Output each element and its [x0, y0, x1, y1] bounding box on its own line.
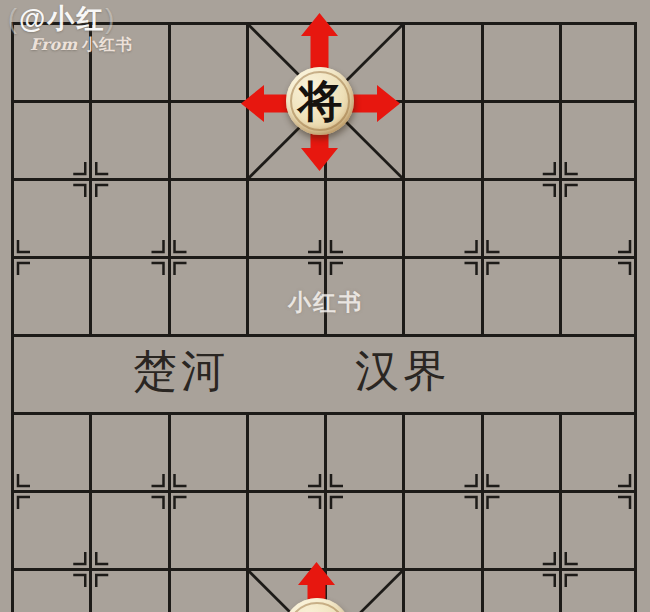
board-cell: [168, 22, 246, 100]
board-cell: [11, 100, 89, 178]
board-cell: [246, 490, 324, 568]
board-cell: [481, 334, 559, 412]
board-cell: [168, 490, 246, 568]
board-cell: [89, 100, 167, 178]
board-cell: [559, 256, 637, 334]
board-cell: [324, 412, 402, 490]
board-cell: [402, 178, 480, 256]
river-label-chu: 楚河: [133, 344, 229, 400]
board-cell: [481, 256, 559, 334]
board-cell: [168, 412, 246, 490]
board-cell: [559, 490, 637, 568]
board-cell: [11, 568, 89, 612]
board-cell: [89, 568, 167, 612]
watermark-author: (@小红) From小红书: [8, 4, 133, 55]
board-cell: [89, 412, 167, 490]
watermark-brand-center: 小红书: [288, 287, 363, 318]
board-cell: [481, 490, 559, 568]
board-cell: [559, 568, 637, 612]
xiangqi-diagram: 楚河 汉界 将 (@小红) From小红书 小红书: [0, 0, 650, 612]
board-cell: [402, 412, 480, 490]
river-label-han: 汉界: [355, 344, 451, 400]
board-cell: [246, 334, 324, 412]
board-cell: [246, 412, 324, 490]
board-cell: [168, 100, 246, 178]
board-cell: [89, 490, 167, 568]
board-cell: [11, 256, 89, 334]
board-cell: [559, 100, 637, 178]
board-cell: [481, 568, 559, 612]
board-cell: [168, 256, 246, 334]
board-cell: [11, 178, 89, 256]
board-cell: [402, 490, 480, 568]
board-cell: [481, 22, 559, 100]
board-cell: [402, 22, 480, 100]
board-cell: [481, 178, 559, 256]
board-cell: [402, 100, 480, 178]
board-cell: [11, 334, 89, 412]
board-cell: [168, 178, 246, 256]
move-arrow-up: [301, 13, 338, 75]
board-cell: [402, 256, 480, 334]
board-cell: [324, 178, 402, 256]
board-cell: [559, 178, 637, 256]
board-cell: [324, 490, 402, 568]
board-cell: [402, 568, 480, 612]
board-cell: [89, 178, 167, 256]
board-cell: [481, 412, 559, 490]
piece-black-general-label: 将: [298, 80, 342, 124]
board-cell: [559, 412, 637, 490]
watermark-author-source: From小红书: [30, 35, 133, 55]
piece-black-general[interactable]: 将: [286, 67, 354, 135]
board-cell: [481, 100, 559, 178]
board-cell: [559, 22, 637, 100]
watermark-author-handle: (@小红): [8, 4, 133, 34]
board-cell: [11, 490, 89, 568]
board-cell: [89, 256, 167, 334]
board-cell: [168, 568, 246, 612]
board-cell: [559, 334, 637, 412]
board-cell: [246, 178, 324, 256]
board-cell: [11, 412, 89, 490]
